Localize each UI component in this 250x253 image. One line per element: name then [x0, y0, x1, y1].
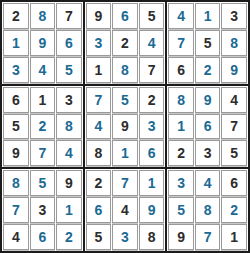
- cell-r8c8[interactable]: 8: [195, 197, 221, 223]
- cell-r7c1[interactable]: 8: [3, 170, 29, 196]
- cell-r8c6[interactable]: 9: [139, 197, 165, 223]
- cell-r5c8[interactable]: 6: [195, 114, 221, 140]
- cell-r3c3[interactable]: 5: [56, 57, 82, 83]
- cell-r6c1[interactable]: 9: [3, 140, 29, 166]
- cell-r9c6[interactable]: 8: [139, 224, 165, 250]
- sudoku-box-4: 752493816: [85, 86, 166, 168]
- cell-r8c1[interactable]: 7: [3, 197, 29, 223]
- cell-r1c4[interactable]: 9: [86, 3, 112, 29]
- cell-r8c4[interactable]: 6: [86, 197, 112, 223]
- cell-r9c5[interactable]: 3: [112, 224, 138, 250]
- cell-r2c2[interactable]: 9: [30, 30, 56, 56]
- cell-r4c6[interactable]: 2: [139, 87, 165, 113]
- cell-r4c1[interactable]: 6: [3, 87, 29, 113]
- cell-r5c6[interactable]: 3: [139, 114, 165, 140]
- cell-r9c4[interactable]: 5: [86, 224, 112, 250]
- cell-r6c5[interactable]: 1: [112, 140, 138, 166]
- cell-r6c7[interactable]: 2: [168, 140, 194, 166]
- cell-r2c3[interactable]: 6: [56, 30, 82, 56]
- cell-r5c9[interactable]: 7: [221, 114, 247, 140]
- cell-r5c5[interactable]: 9: [112, 114, 138, 140]
- cell-r7c4[interactable]: 2: [86, 170, 112, 196]
- cell-r3c2[interactable]: 4: [30, 57, 56, 83]
- cell-r1c9[interactable]: 3: [221, 3, 247, 29]
- sudoku-box-6: 859731462: [2, 169, 83, 251]
- cell-r7c2[interactable]: 5: [30, 170, 56, 196]
- cell-r9c2[interactable]: 6: [30, 224, 56, 250]
- cell-r2c9[interactable]: 8: [221, 30, 247, 56]
- cell-r5c2[interactable]: 2: [30, 114, 56, 140]
- cell-r5c3[interactable]: 8: [56, 114, 82, 140]
- cell-r5c4[interactable]: 4: [86, 114, 112, 140]
- cell-r8c5[interactable]: 4: [112, 197, 138, 223]
- cell-r6c9[interactable]: 5: [221, 140, 247, 166]
- cell-r8c7[interactable]: 5: [168, 197, 194, 223]
- sudoku-box-2: 413758629: [167, 2, 248, 84]
- cell-r3c8[interactable]: 2: [195, 57, 221, 83]
- cell-r4c8[interactable]: 9: [195, 87, 221, 113]
- cell-r1c7[interactable]: 4: [168, 3, 194, 29]
- cell-r1c1[interactable]: 2: [3, 3, 29, 29]
- cell-r1c6[interactable]: 5: [139, 3, 165, 29]
- cell-r2c8[interactable]: 5: [195, 30, 221, 56]
- cell-r1c5[interactable]: 6: [112, 3, 138, 29]
- cell-r3c9[interactable]: 9: [221, 57, 247, 83]
- sudoku-box-8: 346582971: [167, 169, 248, 251]
- cell-r3c5[interactable]: 8: [112, 57, 138, 83]
- cell-r4c3[interactable]: 3: [56, 87, 82, 113]
- cell-r6c4[interactable]: 8: [86, 140, 112, 166]
- cell-r9c9[interactable]: 1: [221, 224, 247, 250]
- cell-r1c2[interactable]: 8: [30, 3, 56, 29]
- cell-r7c8[interactable]: 4: [195, 170, 221, 196]
- cell-r4c4[interactable]: 7: [86, 87, 112, 113]
- cell-r8c2[interactable]: 3: [30, 197, 56, 223]
- cell-r4c5[interactable]: 5: [112, 87, 138, 113]
- sudoku-box-0: 287196345: [2, 2, 83, 84]
- cell-r7c5[interactable]: 7: [112, 170, 138, 196]
- cell-r1c8[interactable]: 1: [195, 3, 221, 29]
- cell-r3c1[interactable]: 3: [3, 57, 29, 83]
- cell-r1c3[interactable]: 7: [56, 3, 82, 29]
- cell-r2c4[interactable]: 3: [86, 30, 112, 56]
- cell-r8c3[interactable]: 1: [56, 197, 82, 223]
- sudoku-box-7: 271649538: [85, 169, 166, 251]
- cell-r6c2[interactable]: 7: [30, 140, 56, 166]
- sudoku-board: 2871963459653241874137586296135289747524…: [0, 0, 250, 253]
- cell-r9c3[interactable]: 2: [56, 224, 82, 250]
- cell-r2c1[interactable]: 1: [3, 30, 29, 56]
- cell-r9c8[interactable]: 7: [195, 224, 221, 250]
- cell-r9c7[interactable]: 9: [168, 224, 194, 250]
- cell-r4c9[interactable]: 4: [221, 87, 247, 113]
- cell-r9c1[interactable]: 4: [3, 224, 29, 250]
- cell-r2c5[interactable]: 2: [112, 30, 138, 56]
- cell-r2c6[interactable]: 4: [139, 30, 165, 56]
- cell-r2c7[interactable]: 7: [168, 30, 194, 56]
- cell-r6c3[interactable]: 4: [56, 140, 82, 166]
- cell-r3c7[interactable]: 6: [168, 57, 194, 83]
- cell-r6c8[interactable]: 3: [195, 140, 221, 166]
- cell-r5c7[interactable]: 1: [168, 114, 194, 140]
- cell-r5c1[interactable]: 5: [3, 114, 29, 140]
- cell-r4c2[interactable]: 1: [30, 87, 56, 113]
- cell-r6c6[interactable]: 6: [139, 140, 165, 166]
- cell-r4c7[interactable]: 8: [168, 87, 194, 113]
- sudoku-box-3: 613528974: [2, 86, 83, 168]
- cell-r3c4[interactable]: 1: [86, 57, 112, 83]
- sudoku-box-1: 965324187: [85, 2, 166, 84]
- cell-r3c6[interactable]: 7: [139, 57, 165, 83]
- sudoku-box-5: 894167235: [167, 86, 248, 168]
- cell-r8c9[interactable]: 2: [221, 197, 247, 223]
- cell-r7c9[interactable]: 6: [221, 170, 247, 196]
- cell-r7c7[interactable]: 3: [168, 170, 194, 196]
- cell-r7c3[interactable]: 9: [56, 170, 82, 196]
- cell-r7c6[interactable]: 1: [139, 170, 165, 196]
